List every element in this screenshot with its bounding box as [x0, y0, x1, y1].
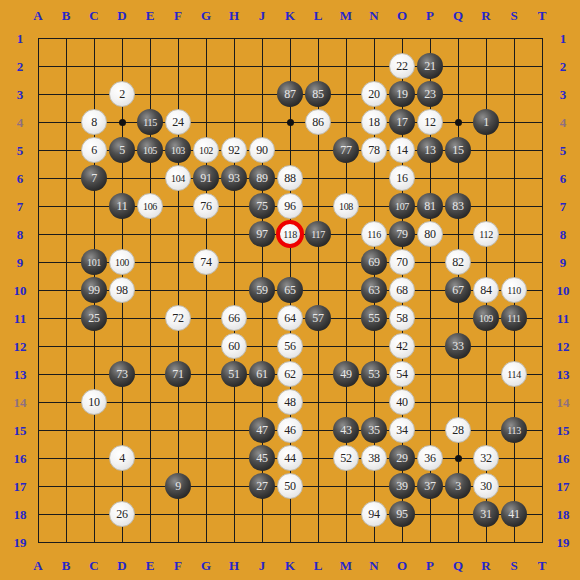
stone-black: 5	[109, 137, 135, 163]
row-label-right: 11	[552, 312, 574, 325]
row-label-left: 13	[9, 368, 31, 381]
column-label-top: L	[307, 9, 329, 22]
row-label-right: 16	[552, 452, 574, 465]
move-number: 38	[368, 451, 379, 466]
row-label-right: 2	[552, 60, 574, 73]
stone-white: 46	[277, 417, 303, 443]
row-label-left: 10	[9, 284, 31, 297]
column-label-top: P	[419, 9, 441, 22]
move-number: 51	[228, 367, 239, 382]
row-label-left: 1	[9, 32, 31, 45]
row-label-right: 8	[552, 228, 574, 241]
row-label-left: 19	[9, 536, 31, 549]
row-label-right: 12	[552, 340, 574, 353]
stone-white: 62	[277, 361, 303, 387]
stone-black: 83	[445, 193, 471, 219]
move-number: 15	[452, 143, 463, 158]
row-label-right: 3	[552, 88, 574, 101]
row-label-right: 6	[552, 172, 574, 185]
stone-white: 114	[501, 361, 527, 387]
move-number: 111	[507, 313, 520, 324]
move-number: 70	[396, 255, 407, 270]
column-label-top: Q	[447, 9, 469, 22]
move-number: 2	[119, 87, 125, 102]
move-number: 65	[284, 283, 295, 298]
move-number: 48	[284, 395, 295, 410]
row-label-left: 6	[9, 172, 31, 185]
stone-black: 51	[221, 361, 247, 387]
stone-white: 40	[389, 389, 415, 415]
row-label-right: 18	[552, 508, 574, 521]
stone-black: 33	[445, 333, 471, 359]
stone-white: 2	[109, 81, 135, 107]
column-label-bottom: T	[531, 559, 553, 572]
column-label-bottom: M	[335, 559, 357, 572]
column-label-bottom: P	[419, 559, 441, 572]
move-number: 33	[452, 339, 463, 354]
stone-black: 107	[389, 193, 415, 219]
stone-black: 37	[417, 473, 443, 499]
stone-white: 80	[417, 221, 443, 247]
move-number: 6	[91, 143, 97, 158]
move-number: 68	[396, 283, 407, 298]
stone-black: 21	[417, 53, 443, 79]
move-number: 118	[283, 229, 297, 240]
stone-white: 72	[165, 305, 191, 331]
move-number: 102	[199, 145, 213, 156]
move-number: 13	[424, 143, 435, 158]
move-number: 25	[88, 311, 99, 326]
stone-white: 108	[333, 193, 359, 219]
stone-black: 103	[165, 137, 191, 163]
stone-white: 26	[109, 501, 135, 527]
grid-line-vertical	[542, 38, 543, 543]
stone-black: 89	[249, 165, 275, 191]
stone-black: 67	[445, 277, 471, 303]
move-number: 115	[143, 117, 157, 128]
stone-black: 73	[109, 361, 135, 387]
move-number: 18	[368, 115, 379, 130]
move-number: 62	[284, 367, 295, 382]
move-number: 30	[480, 479, 491, 494]
move-number: 78	[368, 143, 379, 158]
stone-black: 75	[249, 193, 275, 219]
move-number: 94	[368, 507, 379, 522]
column-label-bottom: C	[83, 559, 105, 572]
stone-black: 85	[305, 81, 331, 107]
row-label-left: 2	[9, 60, 31, 73]
stone-white: 18	[361, 109, 387, 135]
stone-white: 54	[389, 361, 415, 387]
move-number: 79	[396, 227, 407, 242]
stone-white: 36	[417, 445, 443, 471]
stone-white: 94	[361, 501, 387, 527]
stone-black: 3	[445, 473, 471, 499]
column-label-bottom: B	[55, 559, 77, 572]
move-number: 37	[424, 479, 435, 494]
move-number: 9	[175, 479, 181, 494]
move-number: 108	[339, 201, 353, 212]
column-label-top: R	[475, 9, 497, 22]
stone-white: 116	[361, 221, 387, 247]
move-number: 81	[424, 199, 435, 214]
stone-black: 35	[361, 417, 387, 443]
move-number: 63	[368, 283, 379, 298]
column-label-bottom: E	[139, 559, 161, 572]
move-number: 42	[396, 339, 407, 354]
move-number: 28	[452, 423, 463, 438]
column-label-bottom: K	[279, 559, 301, 572]
stone-black: 39	[389, 473, 415, 499]
stone-white: 106	[137, 193, 163, 219]
stone-black: 105	[137, 137, 163, 163]
stone-black: 1	[473, 109, 499, 135]
column-label-top: S	[503, 9, 525, 22]
move-number: 103	[171, 145, 185, 156]
stone-white: 60	[221, 333, 247, 359]
move-number: 54	[396, 367, 407, 382]
stone-black: 101	[81, 249, 107, 275]
move-number: 10	[88, 395, 99, 410]
move-number: 100	[115, 257, 129, 268]
stone-white: 92	[221, 137, 247, 163]
stone-black: 79	[389, 221, 415, 247]
stone-black: 109	[473, 305, 499, 331]
move-number: 45	[256, 451, 267, 466]
row-label-left: 4	[9, 116, 31, 129]
move-number: 22	[396, 59, 407, 74]
move-number: 41	[508, 507, 519, 522]
move-number: 1	[483, 115, 489, 130]
move-number: 110	[507, 285, 521, 296]
stone-white: 8	[81, 109, 107, 135]
stone-white: 64	[277, 305, 303, 331]
row-label-right: 15	[552, 424, 574, 437]
stone-white: 48	[277, 389, 303, 415]
move-number: 107	[395, 201, 409, 212]
stone-black: 99	[81, 277, 107, 303]
stone-black: 115	[137, 109, 163, 135]
move-number: 88	[284, 171, 295, 186]
stone-white: 30	[473, 473, 499, 499]
column-label-top: M	[335, 9, 357, 22]
column-label-top: T	[531, 9, 553, 22]
stone-black: 49	[333, 361, 359, 387]
column-label-bottom: F	[167, 559, 189, 572]
move-number: 95	[396, 507, 407, 522]
stone-black: 59	[249, 277, 275, 303]
row-label-right: 9	[552, 256, 574, 269]
stone-black: 7	[81, 165, 107, 191]
stone-white: 90	[249, 137, 275, 163]
move-number: 67	[452, 283, 463, 298]
move-number: 31	[480, 507, 491, 522]
stone-white: 14	[389, 137, 415, 163]
move-number: 71	[172, 367, 183, 382]
column-label-bottom: L	[307, 559, 329, 572]
row-label-left: 5	[9, 144, 31, 157]
stone-white: 82	[445, 249, 471, 275]
move-number: 76	[200, 199, 211, 214]
column-label-top: O	[391, 9, 413, 22]
move-number: 34	[396, 423, 407, 438]
row-label-right: 10	[552, 284, 574, 297]
move-number: 82	[452, 255, 463, 270]
stone-white: 110	[501, 277, 527, 303]
move-number: 85	[312, 87, 323, 102]
stone-white: 96	[277, 193, 303, 219]
move-number: 96	[284, 199, 295, 214]
stone-white: 98	[109, 277, 135, 303]
row-label-left: 15	[9, 424, 31, 437]
move-number: 77	[340, 143, 351, 158]
column-label-bottom: H	[223, 559, 245, 572]
move-number: 56	[284, 339, 295, 354]
column-label-bottom: A	[27, 559, 49, 572]
move-number: 104	[171, 173, 185, 184]
stone-black: 19	[389, 81, 415, 107]
move-number: 90	[256, 143, 267, 158]
stone-white: 74	[193, 249, 219, 275]
stone-white: 12	[417, 109, 443, 135]
stone-black: 113	[501, 417, 527, 443]
stone-white: 66	[221, 305, 247, 331]
stone-white: 50	[277, 473, 303, 499]
stone-black: 9	[165, 473, 191, 499]
column-label-top: A	[27, 9, 49, 22]
stone-black: 65	[277, 277, 303, 303]
stone-white: 42	[389, 333, 415, 359]
move-number: 8	[91, 115, 97, 130]
stone-white: 102	[193, 137, 219, 163]
star-point	[455, 119, 462, 126]
move-number: 52	[340, 451, 351, 466]
stone-white: 4	[109, 445, 135, 471]
move-number: 26	[116, 507, 127, 522]
stone-white: 16	[389, 165, 415, 191]
column-label-top: G	[195, 9, 217, 22]
move-number: 40	[396, 395, 407, 410]
row-label-left: 16	[9, 452, 31, 465]
move-number: 49	[340, 367, 351, 382]
move-number: 4	[119, 451, 125, 466]
star-point	[287, 119, 294, 126]
move-number: 46	[284, 423, 295, 438]
row-label-left: 14	[9, 396, 31, 409]
stone-black: 117	[305, 221, 331, 247]
stone-black: 77	[333, 137, 359, 163]
move-number: 20	[368, 87, 379, 102]
move-number: 7	[91, 171, 97, 186]
move-number: 58	[396, 311, 407, 326]
move-number: 91	[200, 171, 211, 186]
row-label-left: 9	[9, 256, 31, 269]
stone-black: 87	[277, 81, 303, 107]
move-number: 72	[172, 311, 183, 326]
stone-white: 32	[473, 445, 499, 471]
move-number: 57	[312, 311, 323, 326]
stone-black: 27	[249, 473, 275, 499]
column-label-bottom: N	[363, 559, 385, 572]
move-number: 32	[480, 451, 491, 466]
star-point	[455, 455, 462, 462]
column-label-top: E	[139, 9, 161, 22]
stone-white: 70	[389, 249, 415, 275]
move-number: 113	[507, 425, 521, 436]
column-label-bottom: S	[503, 559, 525, 572]
stone-black: 111	[501, 305, 527, 331]
stone-black: 29	[389, 445, 415, 471]
stone-black: 57	[305, 305, 331, 331]
move-number: 39	[396, 479, 407, 494]
stone-white-last-move: 118	[276, 220, 304, 248]
stone-black: 45	[249, 445, 275, 471]
column-label-bottom: J	[251, 559, 273, 572]
stone-white: 84	[473, 277, 499, 303]
move-number: 17	[396, 115, 407, 130]
stone-white: 78	[361, 137, 387, 163]
stone-white: 28	[445, 417, 471, 443]
row-label-left: 12	[9, 340, 31, 353]
move-number: 35	[368, 423, 379, 438]
row-label-left: 18	[9, 508, 31, 521]
move-number: 24	[172, 115, 183, 130]
move-number: 44	[284, 451, 295, 466]
move-number: 109	[479, 313, 493, 324]
stone-black: 43	[333, 417, 359, 443]
move-number: 98	[116, 283, 127, 298]
move-number: 93	[228, 171, 239, 186]
row-label-left: 17	[9, 480, 31, 493]
move-number: 61	[256, 367, 267, 382]
move-number: 99	[88, 283, 99, 298]
move-number: 92	[228, 143, 239, 158]
column-label-top: K	[279, 9, 301, 22]
move-number: 105	[143, 145, 157, 156]
move-number: 112	[479, 229, 493, 240]
move-number: 50	[284, 479, 295, 494]
move-number: 21	[424, 59, 435, 74]
stone-black: 81	[417, 193, 443, 219]
stone-black: 71	[165, 361, 191, 387]
stone-white: 100	[109, 249, 135, 275]
stone-white: 76	[193, 193, 219, 219]
move-number: 80	[424, 227, 435, 242]
move-number: 75	[256, 199, 267, 214]
row-label-left: 7	[9, 200, 31, 213]
column-label-top: B	[55, 9, 77, 22]
column-label-top: N	[363, 9, 385, 22]
move-number: 117	[311, 229, 325, 240]
move-number: 14	[396, 143, 407, 158]
stone-black: 13	[417, 137, 443, 163]
stone-black: 41	[501, 501, 527, 527]
stone-black: 63	[361, 277, 387, 303]
stone-black: 61	[249, 361, 275, 387]
stone-white: 52	[333, 445, 359, 471]
move-number: 59	[256, 283, 267, 298]
move-number: 60	[228, 339, 239, 354]
move-number: 101	[87, 257, 101, 268]
move-number: 86	[312, 115, 323, 130]
row-label-right: 14	[552, 396, 574, 409]
column-label-top: C	[83, 9, 105, 22]
stone-black: 91	[193, 165, 219, 191]
move-number: 3	[455, 479, 461, 494]
move-number: 116	[367, 229, 381, 240]
stone-black: 15	[445, 137, 471, 163]
column-label-bottom: D	[111, 559, 133, 572]
move-number: 66	[228, 311, 239, 326]
grid-line-horizontal	[38, 542, 543, 543]
stone-white: 6	[81, 137, 107, 163]
stone-white: 68	[389, 277, 415, 303]
stone-white: 112	[473, 221, 499, 247]
stone-white: 88	[277, 165, 303, 191]
move-number: 73	[116, 367, 127, 382]
move-number: 114	[507, 369, 521, 380]
stone-white: 20	[361, 81, 387, 107]
row-label-left: 11	[9, 312, 31, 325]
row-label-right: 4	[552, 116, 574, 129]
move-number: 27	[256, 479, 267, 494]
column-label-top: D	[111, 9, 133, 22]
row-label-right: 17	[552, 480, 574, 493]
move-number: 87	[284, 87, 295, 102]
move-number: 55	[368, 311, 379, 326]
stone-black: 11	[109, 193, 135, 219]
move-number: 74	[200, 255, 211, 270]
column-label-top: F	[167, 9, 189, 22]
stone-black: 93	[221, 165, 247, 191]
stone-white: 34	[389, 417, 415, 443]
go-board[interactable]: AABBCCDDEEFFGGHHJJKKLLMMNNOOPPQQRRSSTT11…	[0, 0, 580, 580]
column-label-top: H	[223, 9, 245, 22]
column-label-top: J	[251, 9, 273, 22]
row-label-right: 1	[552, 32, 574, 45]
row-label-left: 3	[9, 88, 31, 101]
stone-black: 53	[361, 361, 387, 387]
stone-black: 95	[389, 501, 415, 527]
move-number: 23	[424, 87, 435, 102]
move-number: 84	[480, 283, 491, 298]
stone-black: 31	[473, 501, 499, 527]
column-label-bottom: R	[475, 559, 497, 572]
move-number: 16	[396, 171, 407, 186]
star-point	[119, 119, 126, 126]
column-label-bottom: Q	[447, 559, 469, 572]
move-number: 29	[396, 451, 407, 466]
move-number: 5	[119, 143, 125, 158]
row-label-right: 19	[552, 536, 574, 549]
column-label-bottom: O	[391, 559, 413, 572]
stone-black: 47	[249, 417, 275, 443]
row-label-left: 8	[9, 228, 31, 241]
stone-black: 23	[417, 81, 443, 107]
move-number: 106	[143, 201, 157, 212]
stone-white: 44	[277, 445, 303, 471]
stone-black: 97	[249, 221, 275, 247]
stone-black: 25	[81, 305, 107, 331]
stone-white: 104	[165, 165, 191, 191]
stone-white: 56	[277, 333, 303, 359]
stone-white: 24	[165, 109, 191, 135]
row-label-right: 7	[552, 200, 574, 213]
move-number: 89	[256, 171, 267, 186]
move-number: 43	[340, 423, 351, 438]
move-number: 69	[368, 255, 379, 270]
move-number: 47	[256, 423, 267, 438]
